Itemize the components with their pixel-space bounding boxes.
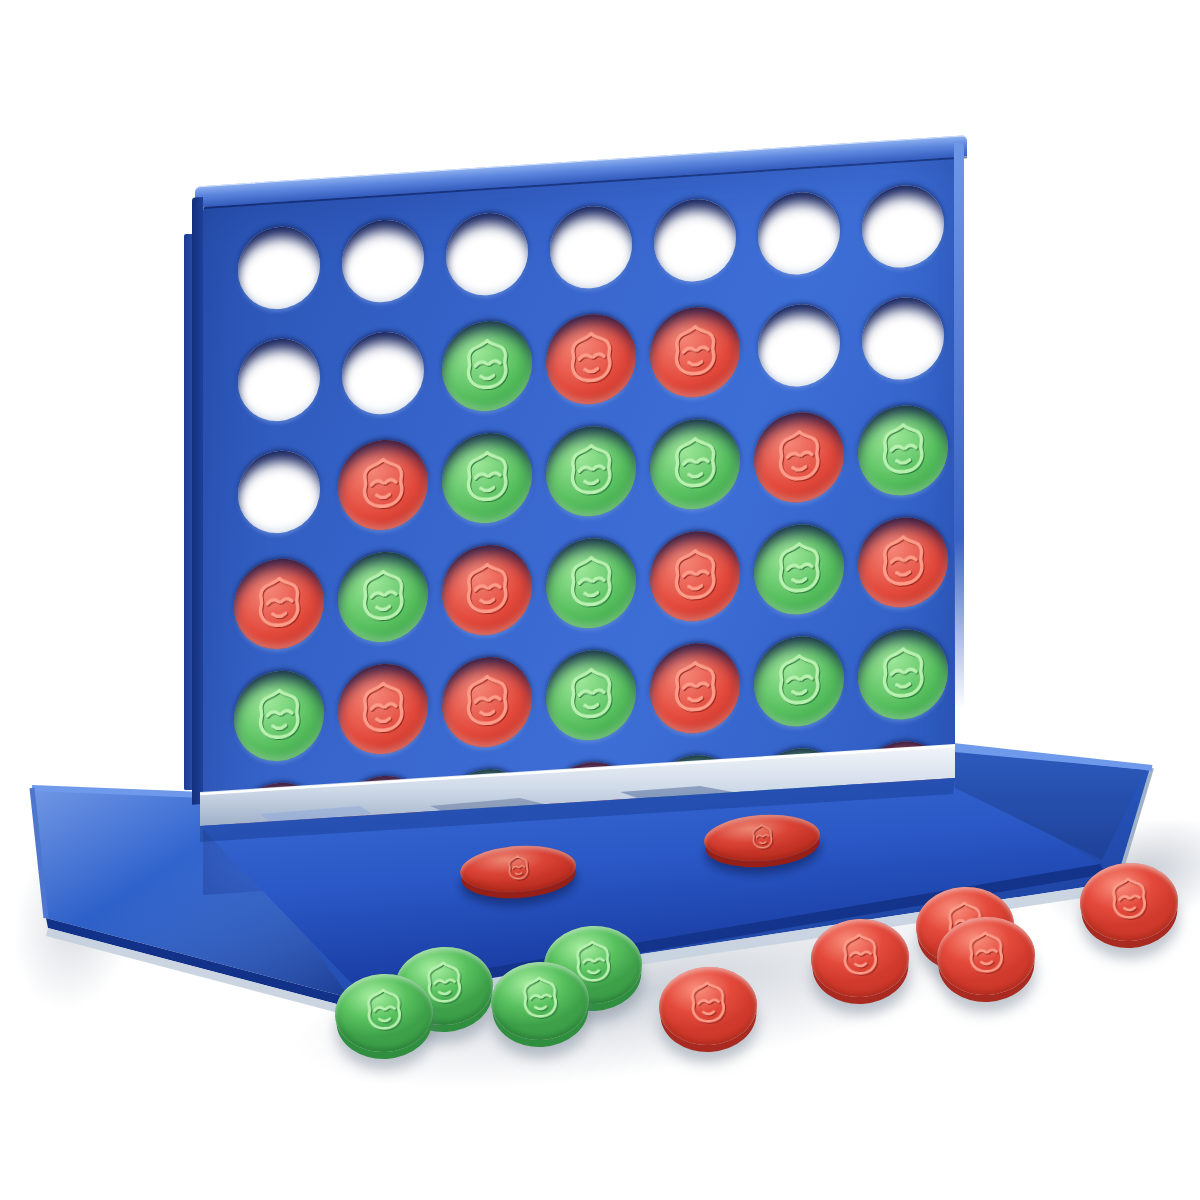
board-cell-r4c6[interactable]: [747, 510, 851, 629]
character-emblem-icon: [661, 652, 729, 725]
character-emblem-icon: [349, 673, 417, 746]
red-disc[interactable]: [338, 773, 428, 869]
board-cell-r5c5[interactable]: [643, 629, 747, 748]
board-cell-r5c2[interactable]: [331, 650, 435, 769]
board-cell-r3c3[interactable]: [435, 419, 539, 538]
character-emblem-icon: [477, 849, 558, 888]
board-cell-r6c1[interactable]: [227, 768, 331, 887]
character-emblem-icon: [765, 645, 833, 718]
board-cell-r1c4[interactable]: [539, 188, 643, 307]
red-disc[interactable]: [338, 661, 428, 757]
character-emblem-icon: [245, 791, 313, 864]
board-cell-r5c7[interactable]: [851, 615, 955, 734]
character-emblem-icon: [869, 526, 937, 599]
character-emblem-icon: [825, 927, 894, 987]
board-cell-r3c2[interactable]: [331, 426, 435, 545]
character-emblem-icon: [765, 533, 833, 606]
red-disc[interactable]: [338, 437, 428, 533]
green-disc[interactable]: [442, 318, 532, 414]
board-cell-r4c5[interactable]: [643, 517, 747, 636]
board-cell-r4c7[interactable]: [851, 503, 955, 622]
red-disc[interactable]: [650, 640, 740, 736]
board-cell-r4c1[interactable]: [227, 544, 331, 663]
green-disc[interactable]: [858, 403, 948, 499]
character-emblem-icon: [349, 785, 417, 858]
character-emblem-icon: [869, 750, 937, 823]
empty-hole: [862, 183, 944, 270]
red-disc[interactable]: [858, 739, 948, 835]
character-emblem-icon: [453, 554, 521, 627]
green-disc[interactable]: [234, 668, 324, 764]
character-emblem-icon: [453, 442, 521, 515]
red-disc[interactable]: [650, 304, 740, 400]
empty-hole: [238, 448, 320, 535]
character-emblem-icon: [349, 561, 417, 634]
character-emblem-icon: [673, 975, 742, 1035]
board-cell-r2c2[interactable]: [331, 314, 435, 433]
character-emblem-icon: [453, 330, 521, 403]
red-disc[interactable]: [234, 556, 324, 652]
character-emblem-icon: [349, 449, 417, 522]
board-cell-r4c3[interactable]: [435, 531, 539, 650]
character-emblem-icon: [557, 435, 625, 508]
board-cell-r3c5[interactable]: [643, 405, 747, 524]
board-cell-r2c5[interactable]: [643, 293, 747, 412]
green-disc[interactable]: [754, 633, 844, 729]
character-emblem-icon: [349, 982, 418, 1042]
red-disc[interactable]: [754, 409, 844, 505]
board-cell-r3c6[interactable]: [747, 398, 851, 517]
character-emblem-icon: [869, 638, 937, 711]
board-cell-r1c6[interactable]: [747, 174, 851, 293]
board-cell-r5c6[interactable]: [747, 622, 851, 741]
board-cell-r6c2[interactable]: [331, 762, 435, 881]
board-cell-r2c7[interactable]: [851, 279, 955, 398]
board-cell-r2c3[interactable]: [435, 307, 539, 426]
board-cell-r2c1[interactable]: [227, 320, 331, 439]
board-cell-r1c2[interactable]: [331, 202, 435, 321]
empty-hole: [654, 197, 736, 284]
green-disc[interactable]: [338, 549, 428, 645]
board-cell-r1c1[interactable]: [227, 208, 331, 327]
green-disc[interactable]: [754, 521, 844, 617]
red-disc[interactable]: [858, 515, 948, 611]
character-emblem-icon: [245, 567, 313, 640]
empty-hole: [446, 210, 528, 297]
board-cell-r1c3[interactable]: [435, 195, 539, 314]
empty-hole: [758, 302, 840, 389]
character-emblem-icon: [557, 659, 625, 732]
red-disc[interactable]: [546, 311, 636, 407]
board-cell-r6c7[interactable]: [851, 727, 955, 846]
character-emblem-icon: [869, 414, 937, 487]
empty-hole: [342, 329, 424, 416]
character-emblem-icon: [661, 540, 729, 613]
board-cell-r5c3[interactable]: [435, 643, 539, 762]
character-emblem-icon: [661, 316, 729, 389]
green-disc[interactable]: [650, 416, 740, 512]
character-emblem-icon: [453, 666, 521, 739]
scene: [0, 0, 1200, 1200]
red-disc[interactable]: [442, 654, 532, 750]
character-emblem-icon: [245, 679, 313, 752]
character-emblem-icon: [721, 818, 802, 857]
green-disc[interactable]: [546, 423, 636, 519]
red-disc[interactable]: [234, 780, 324, 876]
green-disc[interactable]: [442, 430, 532, 526]
board-cell-r3c4[interactable]: [539, 412, 643, 531]
green-disc[interactable]: [546, 647, 636, 743]
board-cell-r2c4[interactable]: [539, 300, 643, 419]
green-disc[interactable]: [858, 627, 948, 723]
empty-hole: [238, 336, 320, 423]
character-emblem-icon: [453, 778, 521, 851]
empty-hole: [862, 295, 944, 382]
board-cell-r4c2[interactable]: [331, 538, 435, 657]
board-cell-r4c4[interactable]: [539, 524, 643, 643]
green-disc[interactable]: [546, 535, 636, 631]
board-cell-r3c1[interactable]: [227, 432, 331, 551]
red-disc[interactable]: [650, 528, 740, 624]
character-emblem-icon: [557, 323, 625, 396]
character-emblem-icon: [951, 925, 1020, 985]
connect-four-board: [203, 155, 955, 895]
empty-hole: [342, 217, 424, 304]
board-cell-r5c4[interactable]: [539, 636, 643, 755]
red-disc[interactable]: [442, 542, 532, 638]
board-cell-r5c1[interactable]: [227, 656, 331, 775]
character-emblem-icon: [557, 547, 625, 620]
red-disc[interactable]: [546, 759, 636, 855]
board-cell-r1c7[interactable]: [851, 167, 955, 286]
board-grid: [203, 155, 955, 889]
character-emblem-icon: [661, 428, 729, 501]
character-emblem-icon: [557, 771, 625, 844]
character-emblem-icon: [1094, 871, 1163, 931]
character-emblem-icon: [765, 421, 833, 494]
board-cell-r1c5[interactable]: [643, 181, 747, 300]
board-left-edge: [192, 197, 203, 805]
empty-hole: [550, 204, 632, 291]
empty-hole: [758, 190, 840, 277]
board-cell-r3c7[interactable]: [851, 391, 955, 510]
character-emblem-icon: [505, 970, 574, 1030]
board-cell-r2c6[interactable]: [747, 286, 851, 405]
empty-hole: [238, 224, 320, 311]
